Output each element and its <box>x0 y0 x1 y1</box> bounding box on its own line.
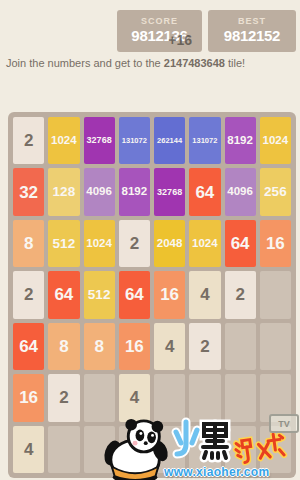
tile-8: 8 <box>84 323 115 370</box>
score-delta: +16 <box>168 32 192 48</box>
tile-32768: 32768 <box>84 117 115 164</box>
tile-4096: 4096 <box>84 168 115 215</box>
tile-64: 64 <box>225 220 256 267</box>
best-box: BEST 9812152 <box>208 10 296 52</box>
tile-16: 16 <box>119 323 150 370</box>
score-box: SCORE 9812136 +16 <box>117 10 202 52</box>
watermark: TV www.xiaoher.com <box>98 414 300 480</box>
tile-131072: 131072 <box>189 117 220 164</box>
best-label: BEST <box>208 16 296 26</box>
tile-512: 512 <box>48 220 79 267</box>
tile-2: 2 <box>119 220 150 267</box>
tile-16: 16 <box>13 374 44 421</box>
tile-128: 128 <box>48 168 79 215</box>
tile-4: 4 <box>189 271 220 318</box>
empty-cell <box>260 323 291 370</box>
tile-131072: 131072 <box>119 117 150 164</box>
tile-8192: 8192 <box>119 168 150 215</box>
tile-64: 64 <box>13 323 44 370</box>
empty-cell <box>225 323 256 370</box>
tile-4096: 4096 <box>225 168 256 215</box>
tile-1024: 1024 <box>84 220 115 267</box>
tile-16: 16 <box>154 271 185 318</box>
tv-icon: TV <box>269 414 299 433</box>
tile-2: 2 <box>48 374 79 421</box>
goal-text: Join the numbers and get to the 21474836… <box>6 57 298 69</box>
tile-2: 2 <box>189 323 220 370</box>
tile-64: 64 <box>48 271 79 318</box>
tile-256: 256 <box>260 168 291 215</box>
tile-1024: 1024 <box>48 117 79 164</box>
goal-number: 2147483648 <box>164 57 225 69</box>
watermark-url: www.xiaoher.com <box>164 465 269 479</box>
tile-32768: 32768 <box>154 168 185 215</box>
tile-64: 64 <box>189 168 220 215</box>
tile-8192: 8192 <box>225 117 256 164</box>
empty-cell <box>260 271 291 318</box>
tile-2048: 2048 <box>154 220 185 267</box>
score-label: SCORE <box>117 16 202 26</box>
tile-16: 16 <box>260 220 291 267</box>
app-screen: { "game": "2048 (8x7 board variant, goal… <box>0 0 300 480</box>
tile-4: 4 <box>13 426 44 473</box>
tile-64: 64 <box>119 271 150 318</box>
tile-8: 8 <box>48 323 79 370</box>
tile-32: 32 <box>13 168 44 215</box>
tile-2: 2 <box>225 271 256 318</box>
tile-2: 2 <box>13 271 44 318</box>
tile-2: 2 <box>13 117 44 164</box>
tile-262144: 262144 <box>154 117 185 164</box>
tile-8: 8 <box>13 220 44 267</box>
tile-1024: 1024 <box>260 117 291 164</box>
best-value: 9812152 <box>208 26 296 45</box>
empty-cell <box>48 426 79 473</box>
tile-4: 4 <box>154 323 185 370</box>
tile-1024: 1024 <box>189 220 220 267</box>
tile-512: 512 <box>84 271 115 318</box>
